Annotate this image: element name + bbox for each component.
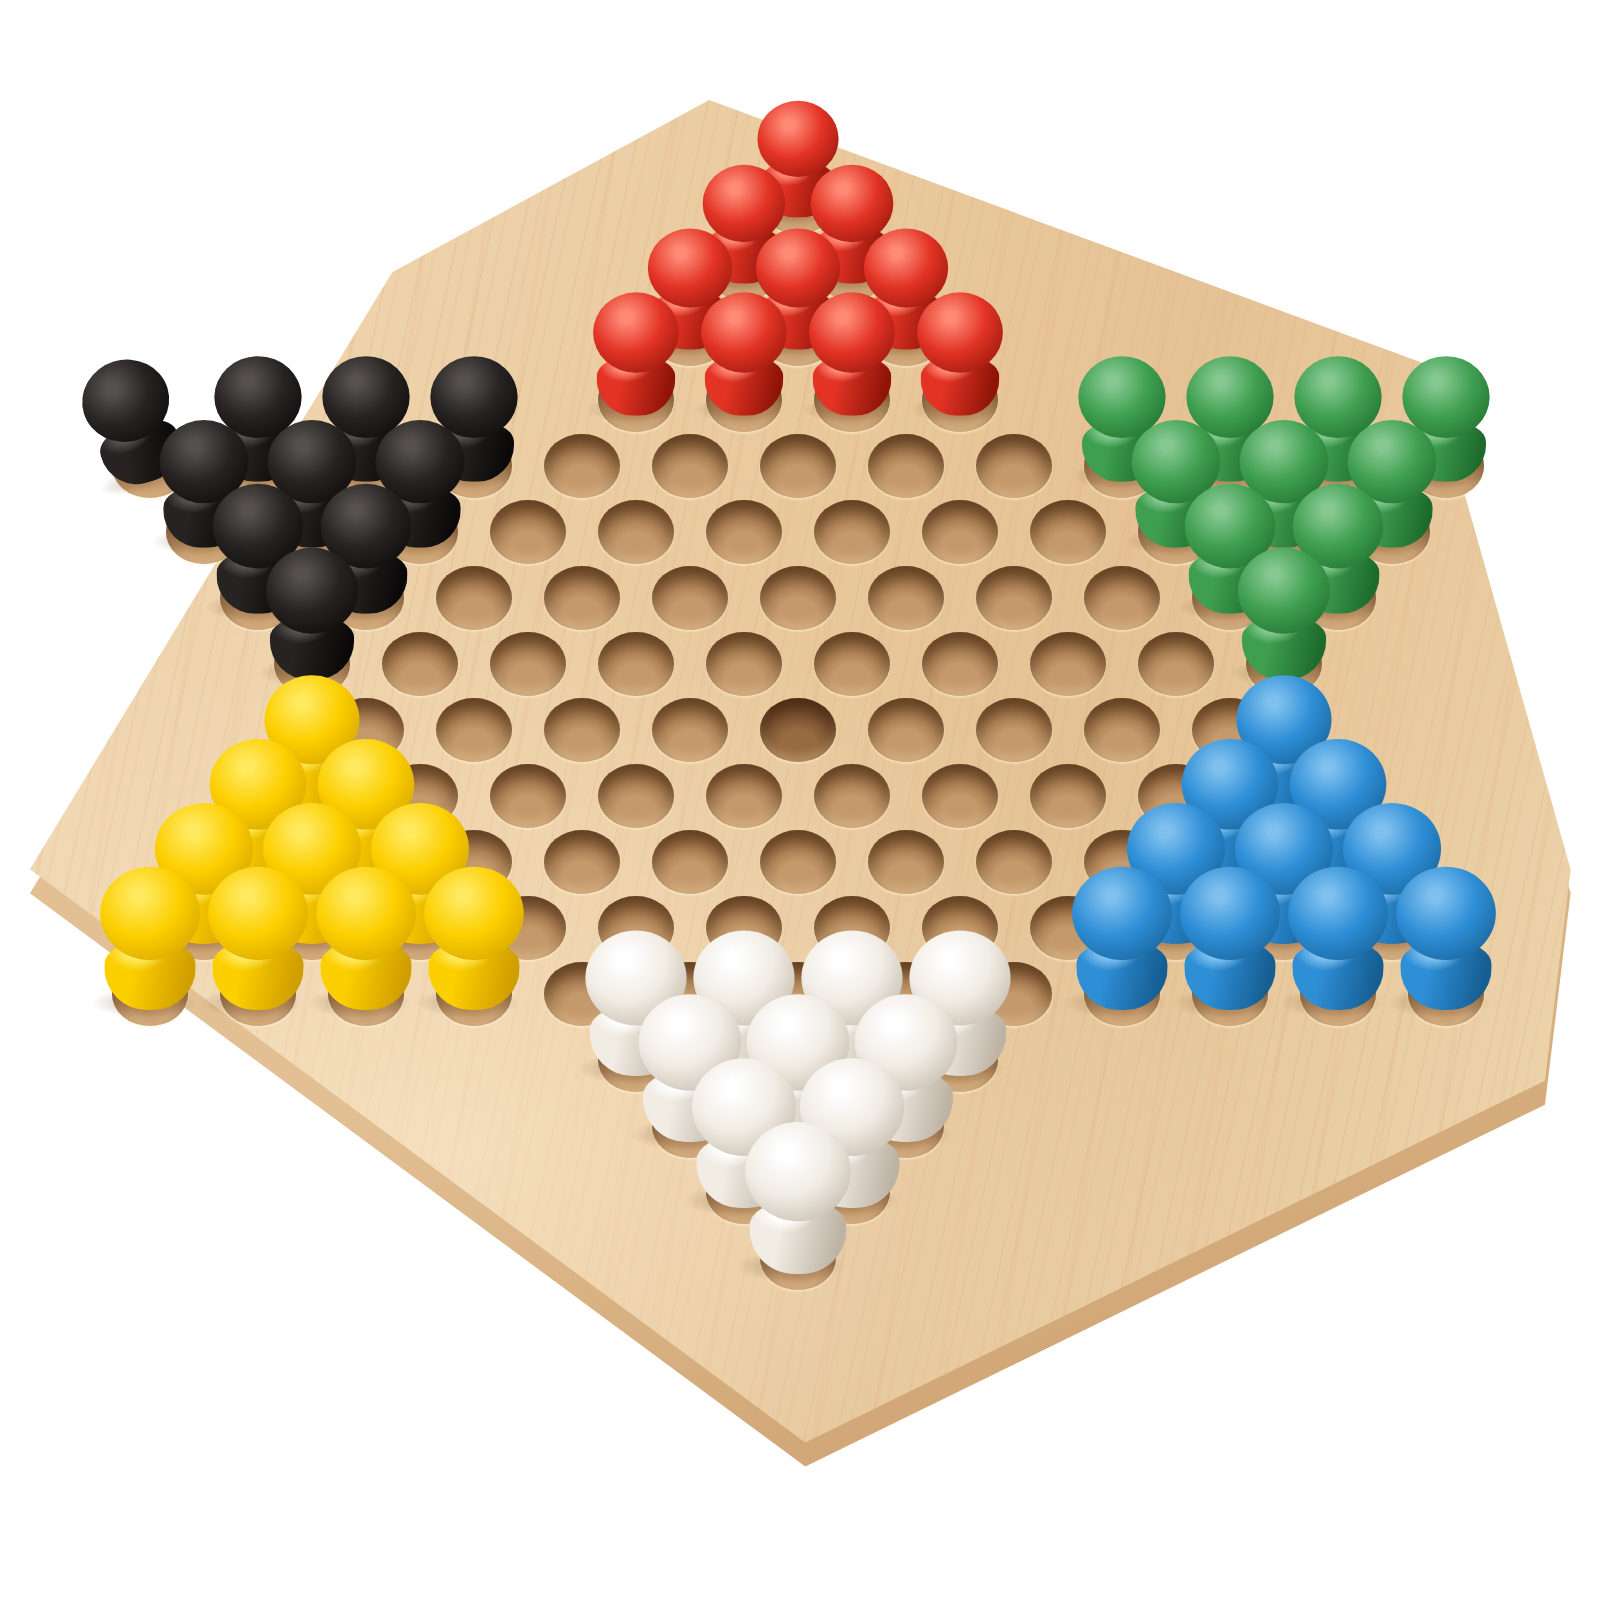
peg-head <box>701 292 787 372</box>
board-cell <box>1095 565 1149 631</box>
board-hole[interactable] <box>652 434 728 498</box>
board-hole[interactable] <box>382 632 458 696</box>
board-hole[interactable] <box>1084 698 1160 762</box>
board-cell <box>447 565 501 631</box>
board-cell <box>771 829 825 895</box>
peg-head <box>593 292 679 372</box>
peg-green[interactable] <box>1236 548 1332 684</box>
board-cell <box>1041 499 1095 565</box>
board-hole[interactable] <box>598 500 674 564</box>
board-cell <box>663 565 717 631</box>
board-cell <box>933 367 987 433</box>
board-cell <box>933 499 987 565</box>
photo-canvas <box>0 0 1601 1601</box>
board-hole[interactable] <box>436 698 512 762</box>
board-hole[interactable] <box>976 434 1052 498</box>
board-hole[interactable] <box>490 632 566 696</box>
board-hole[interactable] <box>814 764 890 828</box>
board-cell <box>339 961 393 1027</box>
board-hole[interactable] <box>1030 632 1106 696</box>
peg-head <box>1180 867 1280 960</box>
board-hole[interactable] <box>652 698 728 762</box>
board-cell <box>879 433 933 499</box>
peg-head <box>424 867 524 960</box>
peg-head <box>1396 867 1496 960</box>
board-cell <box>555 829 609 895</box>
peg-head <box>1238 548 1330 634</box>
board-hole[interactable] <box>814 632 890 696</box>
board-cell <box>501 631 555 697</box>
peg-head <box>809 292 895 372</box>
board-cell <box>609 499 663 565</box>
board-hole[interactable] <box>1138 632 1214 696</box>
board-hole[interactable] <box>868 698 944 762</box>
peg-head <box>917 292 1003 372</box>
board-hole[interactable] <box>598 632 674 696</box>
center-hole[interactable] <box>760 698 836 762</box>
board-cell <box>663 433 717 499</box>
board-cell <box>393 631 447 697</box>
board-cell <box>1149 631 1203 697</box>
peg-head <box>1072 867 1172 960</box>
board-hole[interactable] <box>706 500 782 564</box>
peg-head <box>266 548 358 634</box>
board-hole[interactable] <box>544 434 620 498</box>
board-cell <box>1095 961 1149 1027</box>
peg-yellow[interactable] <box>314 867 418 1014</box>
peg-head <box>745 1122 851 1221</box>
peg-blue[interactable] <box>1070 867 1174 1014</box>
board-cell <box>555 565 609 631</box>
board-cell <box>987 697 1041 763</box>
peg-blue[interactable] <box>1178 867 1282 1014</box>
board-hole[interactable] <box>760 830 836 894</box>
board-cell <box>501 763 555 829</box>
board-hole[interactable] <box>976 698 1052 762</box>
board-cell <box>987 565 1041 631</box>
board-hole[interactable] <box>868 830 944 894</box>
board-hole[interactable] <box>1030 500 1106 564</box>
board-hole[interactable] <box>760 566 836 630</box>
board-hole[interactable] <box>652 566 728 630</box>
peg-head <box>1288 867 1388 960</box>
board-hole[interactable] <box>868 566 944 630</box>
peg-blue[interactable] <box>1394 867 1498 1014</box>
board-cell <box>771 433 825 499</box>
peg-white[interactable] <box>743 1122 853 1278</box>
peg-yellow[interactable] <box>98 867 202 1014</box>
board-hole[interactable] <box>976 566 1052 630</box>
board-hole[interactable] <box>814 500 890 564</box>
board-hole[interactable] <box>544 830 620 894</box>
board-hole[interactable] <box>976 830 1052 894</box>
board-cell <box>1041 763 1095 829</box>
board-cell <box>717 631 771 697</box>
board-hole[interactable] <box>706 632 782 696</box>
board-cell <box>771 697 825 763</box>
board-cell <box>555 697 609 763</box>
peg-blue[interactable] <box>1286 867 1390 1014</box>
board-cell <box>933 631 987 697</box>
board-cell <box>825 367 879 433</box>
board-cell <box>501 499 555 565</box>
board-hole[interactable] <box>922 632 998 696</box>
board-grid <box>123 169 1473 1291</box>
board-cell <box>825 499 879 565</box>
board-cell <box>1095 697 1149 763</box>
board-hole[interactable] <box>436 566 512 630</box>
board-cell <box>825 631 879 697</box>
board-cell <box>933 763 987 829</box>
board-cell <box>555 433 609 499</box>
peg-head <box>100 867 200 960</box>
peg-red[interactable] <box>915 292 1004 419</box>
peg-head <box>208 867 308 960</box>
board-cell <box>1311 961 1365 1027</box>
board-hole[interactable] <box>922 764 998 828</box>
board-hole[interactable] <box>706 764 782 828</box>
board-cell <box>879 565 933 631</box>
board-cell <box>609 631 663 697</box>
board-hole[interactable] <box>760 434 836 498</box>
board-cell <box>1041 631 1095 697</box>
board-cell <box>771 1225 825 1291</box>
board-cell <box>1203 961 1257 1027</box>
board-cell <box>447 697 501 763</box>
peg-yellow[interactable] <box>206 867 310 1014</box>
board-hole[interactable] <box>490 500 566 564</box>
peg-black[interactable] <box>264 548 360 684</box>
board-cell <box>771 565 825 631</box>
board-hole[interactable] <box>544 566 620 630</box>
board-hole[interactable] <box>922 500 998 564</box>
board-cell <box>879 697 933 763</box>
board-hole[interactable] <box>598 764 674 828</box>
board-hole[interactable] <box>652 830 728 894</box>
board-hole[interactable] <box>868 434 944 498</box>
board-cell <box>717 763 771 829</box>
board-cell <box>609 763 663 829</box>
board-cell <box>717 367 771 433</box>
board-cell <box>717 499 771 565</box>
peg-red[interactable] <box>807 292 896 419</box>
board-hole[interactable] <box>1030 764 1106 828</box>
peg-red[interactable] <box>699 292 788 419</box>
board-cell <box>1419 961 1473 1027</box>
board-cell <box>987 433 1041 499</box>
board-hole[interactable] <box>490 764 566 828</box>
board-cell <box>663 697 717 763</box>
peg-head <box>316 867 416 960</box>
board-cell <box>663 829 717 895</box>
board-cell <box>609 367 663 433</box>
board-cell <box>123 961 177 1027</box>
board-cell <box>879 829 933 895</box>
peg-red[interactable] <box>591 292 680 419</box>
board-hole[interactable] <box>544 698 620 762</box>
peg-yellow[interactable] <box>422 867 526 1014</box>
board-hole[interactable] <box>1084 566 1160 630</box>
board-cell <box>231 961 285 1027</box>
board-cell <box>825 763 879 829</box>
board-cell <box>447 961 501 1027</box>
board-cell <box>987 829 1041 895</box>
